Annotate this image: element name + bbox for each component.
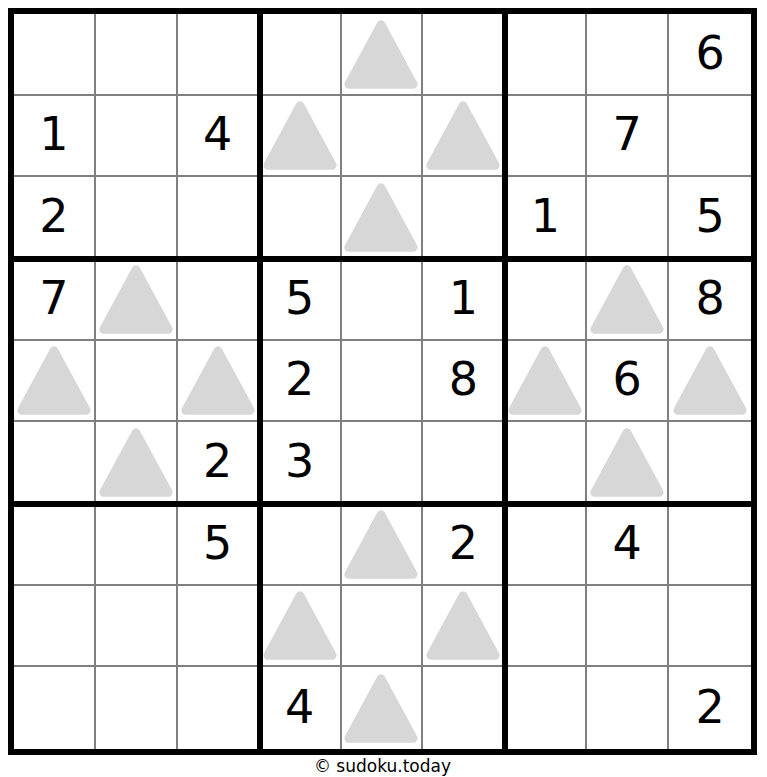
cell-r3c5[interactable] bbox=[342, 177, 424, 259]
cell-r1c5[interactable] bbox=[342, 14, 424, 96]
cell-r7c8[interactable]: 4 bbox=[587, 504, 669, 586]
cell-r1c1[interactable] bbox=[14, 14, 96, 96]
cell-r7c9[interactable] bbox=[669, 504, 751, 586]
cell-r2c7[interactable] bbox=[505, 96, 587, 178]
cell-r2c6[interactable] bbox=[423, 96, 505, 178]
sudoku-page: { "game": "sudoku", "variant": "9x9 sudo… bbox=[0, 0, 767, 777]
given-digit: 2 bbox=[449, 520, 478, 566]
triangle-marker bbox=[589, 262, 665, 336]
box-divider-vertical-1 bbox=[257, 14, 263, 749]
triangle-marker bbox=[98, 262, 174, 336]
cell-r7c1[interactable] bbox=[14, 504, 96, 586]
triangle-marker bbox=[589, 425, 665, 499]
cell-r6c5[interactable] bbox=[342, 422, 424, 504]
cell-r4c2[interactable] bbox=[96, 259, 178, 341]
given-digit: 8 bbox=[695, 275, 724, 321]
given-digit: 6 bbox=[613, 356, 642, 402]
cell-r7c2[interactable] bbox=[96, 504, 178, 586]
given-digit: 2 bbox=[695, 684, 724, 730]
cell-r5c5[interactable] bbox=[342, 341, 424, 423]
cell-r1c7[interactable] bbox=[505, 14, 587, 96]
given-digit: 2 bbox=[39, 193, 68, 239]
given-digit: 6 bbox=[695, 30, 724, 76]
cell-r2c9[interactable] bbox=[669, 96, 751, 178]
cell-r8c8[interactable] bbox=[587, 586, 669, 668]
cell-r1c9[interactable]: 6 bbox=[669, 14, 751, 96]
triangle-marker bbox=[262, 98, 338, 172]
given-digit: 7 bbox=[39, 275, 68, 321]
cell-r7c7[interactable] bbox=[505, 504, 587, 586]
cell-r8c6[interactable] bbox=[423, 586, 505, 668]
cell-r6c2[interactable] bbox=[96, 422, 178, 504]
cell-r6c3[interactable]: 2 bbox=[178, 422, 260, 504]
given-digit: 2 bbox=[203, 438, 232, 484]
triangle-marker bbox=[98, 425, 174, 499]
cell-r7c4[interactable] bbox=[260, 504, 342, 586]
triangle-marker bbox=[672, 343, 748, 417]
cell-r2c5[interactable] bbox=[342, 96, 424, 178]
cell-r9c4[interactable]: 4 bbox=[260, 667, 342, 749]
cell-r1c2[interactable] bbox=[96, 14, 178, 96]
cell-r6c8[interactable] bbox=[587, 422, 669, 504]
given-digit: 4 bbox=[285, 684, 314, 730]
triangle-marker bbox=[343, 671, 419, 745]
cell-r1c4[interactable] bbox=[260, 14, 342, 96]
given-digit: 7 bbox=[613, 111, 642, 157]
cell-r9c6[interactable] bbox=[423, 667, 505, 749]
box-divider-vertical-2 bbox=[502, 14, 508, 749]
cell-r9c3[interactable] bbox=[178, 667, 260, 749]
cell-r4c7[interactable] bbox=[505, 259, 587, 341]
cell-r9c2[interactable] bbox=[96, 667, 178, 749]
cell-r9c8[interactable] bbox=[587, 667, 669, 749]
cell-r3c4[interactable] bbox=[260, 177, 342, 259]
triangle-marker bbox=[343, 507, 419, 581]
cell-r4c1[interactable]: 7 bbox=[14, 259, 96, 341]
triangle-marker bbox=[180, 343, 256, 417]
cell-r3c8[interactable] bbox=[587, 177, 669, 259]
cell-r7c3[interactable]: 5 bbox=[178, 504, 260, 586]
cell-r8c5[interactable] bbox=[342, 586, 424, 668]
cell-r5c2[interactable] bbox=[96, 341, 178, 423]
cell-r5c3[interactable] bbox=[178, 341, 260, 423]
given-digit: 1 bbox=[449, 275, 478, 321]
cell-r6c4[interactable]: 3 bbox=[260, 422, 342, 504]
cell-r3c6[interactable] bbox=[423, 177, 505, 259]
cell-r9c9[interactable]: 2 bbox=[669, 667, 751, 749]
given-digit: 5 bbox=[203, 520, 232, 566]
cell-r8c1[interactable] bbox=[14, 586, 96, 668]
triangle-marker bbox=[507, 343, 583, 417]
cell-r5c1[interactable] bbox=[14, 341, 96, 423]
cell-r6c9[interactable] bbox=[669, 422, 751, 504]
cell-r4c8[interactable] bbox=[587, 259, 669, 341]
cell-r2c3[interactable]: 4 bbox=[178, 96, 260, 178]
given-digit: 1 bbox=[39, 111, 68, 157]
copyright-footer: © sudoku.today bbox=[8, 756, 757, 776]
cell-r4c6[interactable]: 1 bbox=[423, 259, 505, 341]
cell-r2c1[interactable]: 1 bbox=[14, 96, 96, 178]
triangle-marker bbox=[343, 17, 419, 91]
cell-r5c9[interactable] bbox=[669, 341, 751, 423]
cell-r5c4[interactable]: 2 bbox=[260, 341, 342, 423]
given-digit: 4 bbox=[613, 520, 642, 566]
cell-r3c1[interactable]: 2 bbox=[14, 177, 96, 259]
cell-r8c9[interactable] bbox=[669, 586, 751, 668]
cell-r3c9[interactable]: 5 bbox=[669, 177, 751, 259]
given-digit: 2 bbox=[285, 356, 314, 402]
cell-r3c2[interactable] bbox=[96, 177, 178, 259]
cell-r7c6[interactable]: 2 bbox=[423, 504, 505, 586]
cell-r7c5[interactable] bbox=[342, 504, 424, 586]
cell-r2c8[interactable]: 7 bbox=[587, 96, 669, 178]
cell-r5c8[interactable]: 6 bbox=[587, 341, 669, 423]
given-digit: 8 bbox=[449, 356, 478, 402]
cell-r4c5[interactable] bbox=[342, 259, 424, 341]
triangle-marker bbox=[425, 98, 501, 172]
given-digit: 5 bbox=[285, 275, 314, 321]
cell-r9c7[interactable] bbox=[505, 667, 587, 749]
cell-r6c1[interactable] bbox=[14, 422, 96, 504]
triangle-marker bbox=[425, 588, 501, 662]
triangle-marker bbox=[262, 588, 338, 662]
given-digit: 5 bbox=[695, 193, 724, 239]
cell-r9c1[interactable] bbox=[14, 667, 96, 749]
cell-r6c7[interactable] bbox=[505, 422, 587, 504]
box-divider-horizontal-1 bbox=[14, 256, 751, 262]
triangle-marker bbox=[16, 343, 92, 417]
cell-r8c2[interactable] bbox=[96, 586, 178, 668]
cell-r5c7[interactable] bbox=[505, 341, 587, 423]
sudoku-grid: 614721575182862352442 bbox=[14, 14, 751, 749]
given-digit: 1 bbox=[531, 193, 560, 239]
cell-r5c6[interactable]: 8 bbox=[423, 341, 505, 423]
cell-r8c7[interactable] bbox=[505, 586, 587, 668]
given-digit: 3 bbox=[285, 438, 314, 484]
cell-r9c5[interactable] bbox=[342, 667, 424, 749]
given-digit: 4 bbox=[203, 111, 232, 157]
box-divider-horizontal-2 bbox=[14, 501, 751, 507]
cell-r8c4[interactable] bbox=[260, 586, 342, 668]
cell-r2c2[interactable] bbox=[96, 96, 178, 178]
cell-r2c4[interactable] bbox=[260, 96, 342, 178]
cell-r6c6[interactable] bbox=[423, 422, 505, 504]
cell-r1c6[interactable] bbox=[423, 14, 505, 96]
cell-r4c4[interactable]: 5 bbox=[260, 259, 342, 341]
cell-r4c3[interactable] bbox=[178, 259, 260, 341]
cell-r8c3[interactable] bbox=[178, 586, 260, 668]
cell-r1c3[interactable] bbox=[178, 14, 260, 96]
cell-r4c9[interactable]: 8 bbox=[669, 259, 751, 341]
triangle-marker bbox=[343, 180, 419, 254]
cell-r1c8[interactable] bbox=[587, 14, 669, 96]
cell-r3c3[interactable] bbox=[178, 177, 260, 259]
cell-r3c7[interactable]: 1 bbox=[505, 177, 587, 259]
sudoku-board: 614721575182862352442 bbox=[8, 8, 757, 755]
